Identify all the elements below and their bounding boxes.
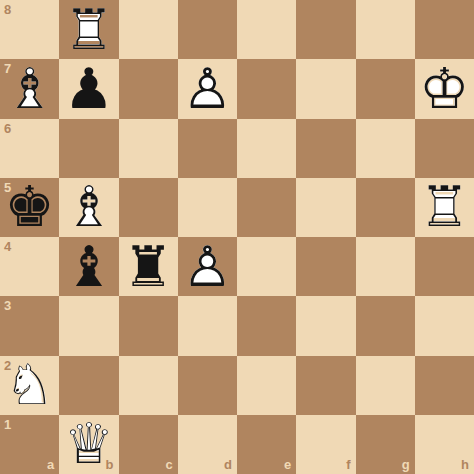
piece-outline-layer: ♕: [59, 415, 118, 474]
square-d7[interactable]: ♟♙: [178, 59, 237, 118]
piece-outline-layer: ♗: [0, 59, 59, 118]
square-c2[interactable]: [119, 356, 178, 415]
square-b1[interactable]: b♛♕: [59, 415, 118, 474]
square-b2[interactable]: [59, 356, 118, 415]
square-h5[interactable]: ♜♖: [415, 178, 474, 237]
square-c1[interactable]: c: [119, 415, 178, 474]
square-a8[interactable]: 8: [0, 0, 59, 59]
square-a1[interactable]: 1a: [0, 415, 59, 474]
chess-board: 8♜♖7♝♗♟♟♙♚♔65♚♝♗♜♖4♝♜♟♙32♞♘1ab♛♕cdefgh: [0, 0, 474, 474]
square-h4[interactable]: [415, 237, 474, 296]
file-label-f: f: [346, 458, 350, 471]
square-f1[interactable]: f: [296, 415, 355, 474]
square-e4[interactable]: [237, 237, 296, 296]
square-c8[interactable]: [119, 0, 178, 59]
rank-label-4: 4: [4, 240, 11, 253]
white-rook[interactable]: ♜♖: [59, 0, 118, 59]
square-h6[interactable]: [415, 119, 474, 178]
white-pawn[interactable]: ♟♙: [178, 237, 237, 296]
file-label-h: h: [461, 458, 469, 471]
file-label-d: d: [224, 458, 232, 471]
rank-label-1: 1: [4, 418, 11, 431]
square-h8[interactable]: [415, 0, 474, 59]
square-e2[interactable]: [237, 356, 296, 415]
square-a6[interactable]: 6: [0, 119, 59, 178]
square-d2[interactable]: [178, 356, 237, 415]
file-label-c: c: [166, 458, 173, 471]
square-f3[interactable]: [296, 296, 355, 355]
square-f4[interactable]: [296, 237, 355, 296]
square-a5[interactable]: 5♚: [0, 178, 59, 237]
square-c6[interactable]: [119, 119, 178, 178]
white-pawn[interactable]: ♟♙: [178, 59, 237, 118]
piece-glyph: ♜: [119, 237, 178, 296]
white-bishop[interactable]: ♝♗: [59, 178, 118, 237]
square-h7[interactable]: ♚♔: [415, 59, 474, 118]
square-c7[interactable]: [119, 59, 178, 118]
square-e8[interactable]: [237, 0, 296, 59]
file-label-a: a: [47, 458, 54, 471]
square-d3[interactable]: [178, 296, 237, 355]
black-king[interactable]: ♚: [0, 178, 59, 237]
square-e7[interactable]: [237, 59, 296, 118]
square-b7[interactable]: ♟: [59, 59, 118, 118]
rank-label-6: 6: [4, 122, 11, 135]
square-f6[interactable]: [296, 119, 355, 178]
square-e1[interactable]: e: [237, 415, 296, 474]
square-g5[interactable]: [356, 178, 415, 237]
rank-label-8: 8: [4, 3, 11, 16]
square-f7[interactable]: [296, 59, 355, 118]
square-a7[interactable]: 7♝♗: [0, 59, 59, 118]
file-label-e: e: [284, 458, 291, 471]
square-c3[interactable]: [119, 296, 178, 355]
white-queen[interactable]: ♛♕: [59, 415, 118, 474]
square-h1[interactable]: h: [415, 415, 474, 474]
file-label-g: g: [402, 458, 410, 471]
square-d8[interactable]: [178, 0, 237, 59]
square-e3[interactable]: [237, 296, 296, 355]
white-knight[interactable]: ♞♘: [0, 356, 59, 415]
square-d4[interactable]: ♟♙: [178, 237, 237, 296]
black-bishop[interactable]: ♝: [59, 237, 118, 296]
square-b4[interactable]: ♝: [59, 237, 118, 296]
piece-outline-layer: ♖: [59, 0, 118, 59]
square-a4[interactable]: 4: [0, 237, 59, 296]
black-rook[interactable]: ♜: [119, 237, 178, 296]
square-d6[interactable]: [178, 119, 237, 178]
square-d5[interactable]: [178, 178, 237, 237]
square-a3[interactable]: 3: [0, 296, 59, 355]
square-h2[interactable]: [415, 356, 474, 415]
black-pawn[interactable]: ♟: [59, 59, 118, 118]
white-bishop[interactable]: ♝♗: [0, 59, 59, 118]
square-b5[interactable]: ♝♗: [59, 178, 118, 237]
square-g4[interactable]: [356, 237, 415, 296]
piece-glyph: ♝: [59, 237, 118, 296]
square-f2[interactable]: [296, 356, 355, 415]
square-g7[interactable]: [356, 59, 415, 118]
square-a2[interactable]: 2♞♘: [0, 356, 59, 415]
piece-outline-layer: ♘: [0, 356, 59, 415]
square-c4[interactable]: ♜: [119, 237, 178, 296]
piece-glyph: ♟: [59, 59, 118, 118]
square-b3[interactable]: [59, 296, 118, 355]
square-f5[interactable]: [296, 178, 355, 237]
square-g3[interactable]: [356, 296, 415, 355]
square-f8[interactable]: [296, 0, 355, 59]
square-g6[interactable]: [356, 119, 415, 178]
square-b8[interactable]: ♜♖: [59, 0, 118, 59]
piece-outline-layer: ♗: [59, 178, 118, 237]
piece-outline-layer: ♔: [415, 59, 474, 118]
square-g8[interactable]: [356, 0, 415, 59]
piece-outline-layer: ♖: [415, 178, 474, 237]
piece-glyph: ♚: [0, 178, 59, 237]
square-c5[interactable]: [119, 178, 178, 237]
square-g1[interactable]: g: [356, 415, 415, 474]
square-d1[interactable]: d: [178, 415, 237, 474]
square-e6[interactable]: [237, 119, 296, 178]
piece-outline-layer: ♙: [178, 237, 237, 296]
white-rook[interactable]: ♜♖: [415, 178, 474, 237]
square-b6[interactable]: [59, 119, 118, 178]
square-h3[interactable]: [415, 296, 474, 355]
square-g2[interactable]: [356, 356, 415, 415]
square-e5[interactable]: [237, 178, 296, 237]
rank-label-3: 3: [4, 299, 11, 312]
piece-outline-layer: ♙: [178, 59, 237, 118]
white-king[interactable]: ♚♔: [415, 59, 474, 118]
